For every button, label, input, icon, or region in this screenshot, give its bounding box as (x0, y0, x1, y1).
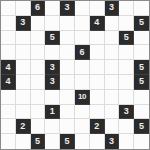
cell-r3c2[interactable] (31, 45, 46, 60)
cell-r6c6[interactable] (90, 90, 105, 105)
cell-r1c8[interactable] (119, 16, 134, 31)
clue-cell-r6c5[interactable]: 10 (75, 90, 90, 105)
clue-cell-r1c6[interactable]: 4 (90, 16, 105, 31)
cell-r1c7[interactable] (105, 16, 120, 31)
clue-cell-r0c4[interactable]: 3 (60, 1, 75, 16)
clue-cell-r1c1[interactable]: 3 (16, 16, 31, 31)
cell-r4c6[interactable] (90, 60, 105, 75)
cell-r7c0[interactable] (1, 105, 16, 120)
cell-r2c9[interactable] (134, 31, 149, 46)
cell-r9c9[interactable] (134, 134, 149, 149)
clue-cell-r8c6[interactable]: 2 (90, 119, 105, 134)
clue-cell-r0c7[interactable]: 3 (105, 1, 120, 16)
cell-r8c5[interactable] (75, 119, 90, 134)
cell-r6c8[interactable] (119, 90, 134, 105)
cell-r7c7[interactable] (105, 105, 120, 120)
cell-r6c4[interactable] (60, 90, 75, 105)
clue-cell-r4c3[interactable]: 3 (45, 60, 60, 75)
cell-r4c2[interactable] (31, 60, 46, 75)
cell-r6c9[interactable] (134, 90, 149, 105)
cell-r0c1[interactable] (16, 1, 31, 16)
cell-r8c2[interactable] (31, 119, 46, 134)
cell-r9c1[interactable] (16, 134, 31, 149)
cell-r2c4[interactable] (60, 31, 75, 46)
cell-r4c5[interactable] (75, 60, 90, 75)
cell-r7c2[interactable] (31, 105, 46, 120)
cell-r4c1[interactable] (16, 60, 31, 75)
clue-cell-r0c2[interactable]: 6 (31, 1, 46, 16)
cell-r6c0[interactable] (1, 90, 16, 105)
cell-r3c0[interactable] (1, 45, 16, 60)
cell-r4c8[interactable] (119, 60, 134, 75)
cell-r3c3[interactable] (45, 45, 60, 60)
clue-cell-r3c5[interactable]: 6 (75, 45, 90, 60)
cell-r3c7[interactable] (105, 45, 120, 60)
clue-cell-r9c4[interactable]: 5 (60, 134, 75, 149)
cell-r8c4[interactable] (60, 119, 75, 134)
cell-r2c6[interactable] (90, 31, 105, 46)
clue-cell-r7c8[interactable]: 3 (119, 105, 134, 120)
cell-r3c4[interactable] (60, 45, 75, 60)
cell-r9c3[interactable] (45, 134, 60, 149)
clue-cell-r8c9[interactable]: 5 (134, 119, 149, 134)
cell-r3c8[interactable] (119, 45, 134, 60)
cell-r0c8[interactable] (119, 1, 134, 16)
cell-r1c0[interactable] (1, 16, 16, 31)
cell-r1c2[interactable] (31, 16, 46, 31)
cell-r7c5[interactable] (75, 105, 90, 120)
clue-cell-r4c9[interactable]: 5 (134, 60, 149, 75)
clue-cell-r5c0[interactable]: 4 (1, 75, 16, 90)
cell-r7c1[interactable] (16, 105, 31, 120)
cell-r8c0[interactable] (1, 119, 16, 134)
cell-r0c5[interactable] (75, 1, 90, 16)
cell-r9c5[interactable] (75, 134, 90, 149)
clue-cell-r4c0[interactable]: 4 (1, 60, 16, 75)
clue-cell-r1c9[interactable]: 5 (134, 16, 149, 31)
cell-r2c0[interactable] (1, 31, 16, 46)
cell-r7c9[interactable] (134, 105, 149, 120)
cell-r5c7[interactable] (105, 75, 120, 90)
cell-r9c8[interactable] (119, 134, 134, 149)
cell-r5c6[interactable] (90, 75, 105, 90)
clue-cell-r9c7[interactable]: 3 (105, 134, 120, 149)
cell-r0c9[interactable] (134, 1, 149, 16)
shikaku-board: 6333455564354351013225553 (0, 0, 150, 150)
cell-r6c7[interactable] (105, 90, 120, 105)
cell-r4c4[interactable] (60, 60, 75, 75)
cell-r9c6[interactable] (90, 134, 105, 149)
cell-r3c6[interactable] (90, 45, 105, 60)
cell-r0c0[interactable] (1, 1, 16, 16)
cell-r3c1[interactable] (16, 45, 31, 60)
clue-cell-r7c3[interactable]: 1 (45, 105, 60, 120)
cell-r5c5[interactable] (75, 75, 90, 90)
cell-r8c3[interactable] (45, 119, 60, 134)
clue-cell-r5c3[interactable]: 3 (45, 75, 60, 90)
cell-r5c4[interactable] (60, 75, 75, 90)
cell-r6c2[interactable] (31, 90, 46, 105)
cell-r2c7[interactable] (105, 31, 120, 46)
clue-cell-r2c8[interactable]: 5 (119, 31, 134, 46)
clue-cell-r8c1[interactable]: 2 (16, 119, 31, 134)
cell-r1c3[interactable] (45, 16, 60, 31)
cell-r7c6[interactable] (90, 105, 105, 120)
cell-r5c8[interactable] (119, 75, 134, 90)
clue-cell-r9c2[interactable]: 5 (31, 134, 46, 149)
cell-r6c3[interactable] (45, 90, 60, 105)
cell-r5c2[interactable] (31, 75, 46, 90)
cell-r3c9[interactable] (134, 45, 149, 60)
cell-r2c2[interactable] (31, 31, 46, 46)
cell-r5c1[interactable] (16, 75, 31, 90)
cell-r6c1[interactable] (16, 90, 31, 105)
cell-r9c0[interactable] (1, 134, 16, 149)
cell-r2c1[interactable] (16, 31, 31, 46)
clue-cell-r2c3[interactable]: 5 (45, 31, 60, 46)
cell-r1c4[interactable] (60, 16, 75, 31)
cell-r0c3[interactable] (45, 1, 60, 16)
clue-cell-r5c9[interactable]: 5 (134, 75, 149, 90)
cell-r4c7[interactable] (105, 60, 120, 75)
cell-r0c6[interactable] (90, 1, 105, 16)
cell-r8c8[interactable] (119, 119, 134, 134)
cell-r1c5[interactable] (75, 16, 90, 31)
cell-r7c4[interactable] (60, 105, 75, 120)
cell-r8c7[interactable] (105, 119, 120, 134)
cell-r2c5[interactable] (75, 31, 90, 46)
